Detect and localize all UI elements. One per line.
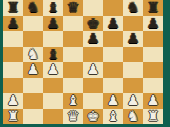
piece-black-pawn[interactable]: ♟: [7, 15, 20, 31]
piece-black-bishop[interactable]: ♝: [47, 46, 60, 62]
square-b7[interactable]: [23, 16, 43, 32]
square-h6[interactable]: [143, 31, 163, 47]
piece-black-pawn[interactable]: ♟: [47, 15, 60, 31]
square-e3[interactable]: [83, 78, 103, 94]
piece-black-rook[interactable]: ♜: [7, 0, 20, 15]
square-c7[interactable]: ♟: [43, 16, 63, 32]
piece-white-pawn[interactable]: ♟: [27, 62, 40, 78]
square-a5[interactable]: [3, 47, 23, 63]
square-g1[interactable]: ♞: [123, 109, 143, 125]
square-e6[interactable]: ♟: [83, 31, 103, 47]
square-b8[interactable]: ♞: [23, 0, 43, 16]
piece-black-pawn[interactable]: ♟: [87, 31, 100, 47]
square-f5[interactable]: [103, 47, 123, 63]
piece-black-pawn[interactable]: ♟: [127, 31, 140, 47]
square-h7[interactable]: ♟: [143, 16, 163, 32]
square-h4[interactable]: [143, 62, 163, 78]
piece-black-pawn[interactable]: ♟: [107, 15, 120, 31]
square-d5[interactable]: [63, 47, 83, 63]
piece-black-knight[interactable]: ♞: [127, 0, 140, 15]
square-g4[interactable]: [123, 62, 143, 78]
square-h1[interactable]: ♜: [143, 109, 163, 125]
square-b1[interactable]: [23, 109, 43, 125]
square-b4[interactable]: ♟: [23, 62, 43, 78]
square-e4[interactable]: ♟: [83, 62, 103, 78]
piece-white-pawn[interactable]: ♟: [127, 93, 140, 109]
square-d4[interactable]: [63, 62, 83, 78]
piece-white-king[interactable]: ♚: [87, 108, 100, 124]
piece-white-rook[interactable]: ♜: [147, 108, 160, 124]
square-d7[interactable]: [63, 16, 83, 32]
square-b3[interactable]: [23, 78, 43, 94]
piece-white-pawn[interactable]: ♟: [87, 62, 100, 78]
square-d8[interactable]: ♛: [63, 0, 83, 16]
piece-black-queen[interactable]: ♛: [67, 0, 80, 15]
piece-white-bishop[interactable]: ♝: [107, 108, 120, 124]
square-c3[interactable]: [43, 78, 63, 94]
piece-white-rook[interactable]: ♜: [7, 108, 20, 124]
square-a6[interactable]: [3, 31, 23, 47]
square-c4[interactable]: ♟: [43, 62, 63, 78]
piece-white-pawn[interactable]: ♟: [147, 93, 160, 109]
square-c2[interactable]: [43, 93, 63, 109]
square-d6[interactable]: [63, 31, 83, 47]
square-d1[interactable]: ♛: [63, 109, 83, 125]
square-f4[interactable]: [103, 62, 123, 78]
piece-black-rook[interactable]: ♜: [147, 0, 160, 15]
piece-white-queen[interactable]: ♛: [67, 108, 80, 124]
square-c1[interactable]: [43, 109, 63, 125]
board-frame: ♜♞♝♛♞♜♟♟♚♟♟♟♟♞♝♟♟♟♟♝♟♟♟♜♛♚♝♞♜: [0, 0, 170, 127]
piece-black-king[interactable]: ♚: [87, 15, 100, 31]
piece-white-knight[interactable]: ♞: [27, 46, 40, 62]
square-e1[interactable]: ♚: [83, 109, 103, 125]
square-f6[interactable]: [103, 31, 123, 47]
piece-black-bishop[interactable]: ♝: [47, 0, 60, 15]
square-h5[interactable]: [143, 47, 163, 63]
piece-black-knight[interactable]: ♞: [27, 0, 40, 15]
square-b2[interactable]: [23, 93, 43, 109]
square-f7[interactable]: ♟: [103, 16, 123, 32]
piece-white-knight[interactable]: ♞: [127, 108, 140, 124]
piece-white-pawn[interactable]: ♟: [107, 93, 120, 109]
square-g8[interactable]: ♞: [123, 0, 143, 16]
piece-black-pawn[interactable]: ♟: [147, 15, 160, 31]
piece-white-bishop[interactable]: ♝: [67, 93, 80, 109]
chess-board: ♜♞♝♛♞♜♟♟♚♟♟♟♟♞♝♟♟♟♟♝♟♟♟♜♛♚♝♞♜: [3, 0, 163, 124]
piece-white-pawn[interactable]: ♟: [7, 93, 20, 109]
square-g6[interactable]: ♟: [123, 31, 143, 47]
square-f1[interactable]: ♝: [103, 109, 123, 125]
square-a4[interactable]: [3, 62, 23, 78]
square-g5[interactable]: [123, 47, 143, 63]
square-a7[interactable]: ♟: [3, 16, 23, 32]
piece-white-pawn[interactable]: ♟: [47, 62, 60, 78]
square-a1[interactable]: ♜: [3, 109, 23, 125]
